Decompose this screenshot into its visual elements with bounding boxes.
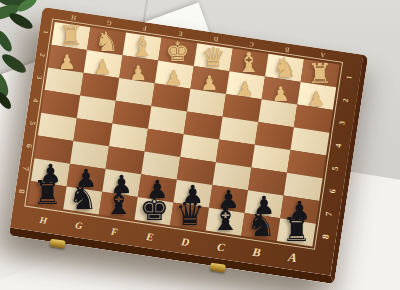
square-f8[interactable]: ♝ [99, 192, 138, 220]
plant-leaf-icon [0, 28, 14, 54]
coord-label-3: 3 [27, 69, 52, 86]
coord-label-7: 7 [315, 201, 341, 226]
coord-label-6: 6 [17, 137, 42, 154]
square-b8[interactable]: ♞ [241, 213, 280, 241]
coord-label-2: 2 [30, 46, 55, 63]
plant-leaf-icon [0, 50, 28, 76]
black-knight-g8[interactable]: ♞ [65, 181, 101, 214]
black-rook-a8[interactable]: ♜ [279, 213, 315, 246]
coord-label-A: A [271, 243, 314, 271]
coord-label-5: 5 [20, 115, 45, 132]
square-a8[interactable]: ♜ [277, 218, 316, 246]
coord-label-1: 1 [34, 24, 59, 41]
square-c8[interactable]: ♝ [206, 208, 245, 236]
black-knight-b8[interactable]: ♞ [243, 208, 279, 241]
brass-clasp-icon [210, 263, 226, 273]
chess-board: ♜♞♝♚♛♝♞♜♟♟♟♟♟♟♟♟♟♟♟♟♟♟♟♟♜♞♝♚♛♝♞♜ HGFEDCB… [9, 7, 369, 284]
coord-label-7: 7 [13, 160, 38, 177]
plant-leaf-icon [7, 10, 34, 33]
coord-label-2: 2 [332, 88, 358, 113]
coord-label-1: 1 [336, 65, 362, 90]
coord-label-8: 8 [10, 183, 35, 200]
square-d8[interactable]: ♛ [170, 202, 209, 230]
black-rook-h8[interactable]: ♜ [30, 176, 66, 209]
black-bishop-f8[interactable]: ♝ [101, 186, 137, 219]
coord-label-4: 4 [24, 92, 49, 109]
square-e8[interactable]: ♚ [134, 197, 173, 225]
black-bishop-c8[interactable]: ♝ [208, 202, 244, 235]
coord-label-3: 3 [329, 110, 355, 135]
black-queen-d8[interactable]: ♛ [172, 197, 208, 230]
black-king-e8[interactable]: ♚ [136, 192, 172, 225]
coord-label-6: 6 [319, 179, 345, 204]
coord-label-8: 8 [312, 224, 338, 249]
square-g8[interactable]: ♞ [63, 186, 102, 214]
coord-label-5: 5 [322, 156, 348, 181]
coord-label-4: 4 [326, 133, 352, 158]
